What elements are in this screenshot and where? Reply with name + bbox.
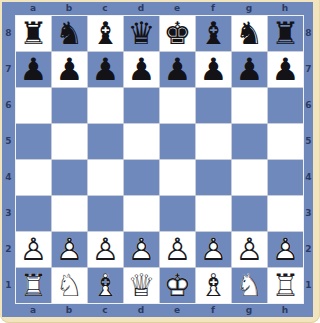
piece-black-bishop[interactable]: ♝ — [196, 16, 231, 51]
rank-labels-left: 87654321 — [2, 15, 15, 304]
file-label-f: f — [195, 2, 231, 15]
piece-white-rook-outline: ♖ — [16, 268, 51, 303]
board-frame: abcdefgh 87654321 ♜♞♝♛♚♝♞♜♟♟♟♟♟♟♟♟♟♙♟♙♟♙… — [0, 0, 320, 323]
rank-label-1: 1 — [304, 267, 313, 303]
piece-white-pawn-outline: ♙ — [268, 232, 303, 267]
square-e3[interactable] — [160, 196, 195, 231]
square-h7[interactable]: ♟ — [268, 52, 303, 87]
file-label-h: h — [267, 304, 303, 317]
square-b3[interactable] — [52, 196, 87, 231]
file-label-a: a — [15, 2, 51, 15]
piece-black-queen[interactable]: ♛ — [124, 16, 159, 51]
square-a1[interactable]: ♜♖ — [16, 268, 51, 303]
square-e8[interactable]: ♚ — [160, 16, 195, 51]
square-g4[interactable] — [232, 160, 267, 195]
rank-label-3: 3 — [2, 195, 15, 231]
piece-black-pawn[interactable]: ♟ — [16, 52, 51, 87]
chess-board: ♜♞♝♛♚♝♞♜♟♟♟♟♟♟♟♟♟♙♟♙♟♙♟♙♟♙♟♙♟♙♟♙♜♖♞♘♝♗♛♕… — [15, 15, 304, 304]
square-h8[interactable]: ♜ — [268, 16, 303, 51]
square-b2[interactable]: ♟♙ — [52, 232, 87, 267]
square-f3[interactable] — [196, 196, 231, 231]
square-g8[interactable]: ♞ — [232, 16, 267, 51]
square-d3[interactable] — [124, 196, 159, 231]
piece-black-pawn[interactable]: ♟ — [124, 52, 159, 87]
square-f7[interactable]: ♟ — [196, 52, 231, 87]
square-c1[interactable]: ♝♗ — [88, 268, 123, 303]
piece-white-bishop-outline: ♗ — [196, 268, 231, 303]
square-d2[interactable]: ♟♙ — [124, 232, 159, 267]
file-label-e: e — [159, 2, 195, 15]
square-b6[interactable] — [52, 88, 87, 123]
square-d8[interactable]: ♛ — [124, 16, 159, 51]
square-c8[interactable]: ♝ — [88, 16, 123, 51]
square-g1[interactable]: ♞♘ — [232, 268, 267, 303]
file-label-g: g — [231, 304, 267, 317]
square-h3[interactable] — [268, 196, 303, 231]
piece-white-pawn-outline: ♙ — [160, 232, 195, 267]
square-b7[interactable]: ♟ — [52, 52, 87, 87]
square-d1[interactable]: ♛♕ — [124, 268, 159, 303]
rank-label-1: 1 — [2, 267, 15, 303]
square-b5[interactable] — [52, 124, 87, 159]
rank-label-8: 8 — [304, 15, 313, 51]
piece-white-king-outline: ♔ — [160, 268, 195, 303]
square-d7[interactable]: ♟ — [124, 52, 159, 87]
square-e2[interactable]: ♟♙ — [160, 232, 195, 267]
rank-label-3: 3 — [304, 195, 313, 231]
square-a3[interactable] — [16, 196, 51, 231]
square-f6[interactable] — [196, 88, 231, 123]
square-h4[interactable] — [268, 160, 303, 195]
file-label-c: c — [87, 304, 123, 317]
rank-labels-right: 87654321 — [304, 15, 313, 304]
piece-white-rook-outline: ♖ — [268, 268, 303, 303]
piece-white-knight-outline: ♘ — [232, 268, 267, 303]
piece-white-pawn-outline: ♙ — [52, 232, 87, 267]
square-e6[interactable] — [160, 88, 195, 123]
piece-white-pawn-outline: ♙ — [196, 232, 231, 267]
square-f1[interactable]: ♝♗ — [196, 268, 231, 303]
square-a7[interactable]: ♟ — [16, 52, 51, 87]
piece-white-pawn-outline: ♙ — [232, 232, 267, 267]
square-a4[interactable] — [16, 160, 51, 195]
rank-label-2: 2 — [2, 231, 15, 267]
square-c3[interactable] — [88, 196, 123, 231]
piece-black-pawn[interactable]: ♟ — [268, 52, 303, 87]
rank-label-6: 6 — [2, 87, 15, 123]
square-g7[interactable]: ♟ — [232, 52, 267, 87]
square-h5[interactable] — [268, 124, 303, 159]
piece-black-bishop[interactable]: ♝ — [88, 16, 123, 51]
piece-white-pawn-outline: ♙ — [88, 232, 123, 267]
square-d5[interactable] — [124, 124, 159, 159]
square-f4[interactable] — [196, 160, 231, 195]
file-label-d: d — [123, 2, 159, 15]
piece-white-bishop-outline: ♗ — [88, 268, 123, 303]
square-d4[interactable] — [124, 160, 159, 195]
square-h2[interactable]: ♟♙ — [268, 232, 303, 267]
square-e4[interactable] — [160, 160, 195, 195]
piece-black-knight[interactable]: ♞ — [232, 16, 267, 51]
square-f5[interactable] — [196, 124, 231, 159]
square-e1[interactable]: ♚♔ — [160, 268, 195, 303]
square-a2[interactable]: ♟♙ — [16, 232, 51, 267]
file-labels-bottom: abcdefgh — [15, 304, 304, 317]
piece-black-rook[interactable]: ♜ — [268, 16, 303, 51]
square-h6[interactable] — [268, 88, 303, 123]
file-label-g: g — [231, 2, 267, 15]
piece-black-knight[interactable]: ♞ — [52, 16, 87, 51]
square-g6[interactable] — [232, 88, 267, 123]
square-d6[interactable] — [124, 88, 159, 123]
square-c4[interactable] — [88, 160, 123, 195]
piece-white-pawn-outline: ♙ — [124, 232, 159, 267]
piece-black-pawn[interactable]: ♟ — [52, 52, 87, 87]
square-e7[interactable]: ♟ — [160, 52, 195, 87]
file-label-a: a — [15, 304, 51, 317]
piece-black-rook[interactable]: ♜ — [16, 16, 51, 51]
square-b8[interactable]: ♞ — [52, 16, 87, 51]
square-f2[interactable]: ♟♙ — [196, 232, 231, 267]
square-f8[interactable]: ♝ — [196, 16, 231, 51]
square-c7[interactable]: ♟ — [88, 52, 123, 87]
file-label-b: b — [51, 2, 87, 15]
file-labels-top: abcdefgh — [15, 2, 304, 15]
square-g3[interactable] — [232, 196, 267, 231]
piece-black-pawn[interactable]: ♟ — [196, 52, 231, 87]
file-label-e: e — [159, 304, 195, 317]
square-h1[interactable]: ♜♖ — [268, 268, 303, 303]
rank-label-8: 8 — [2, 15, 15, 51]
file-label-d: d — [123, 304, 159, 317]
square-g5[interactable] — [232, 124, 267, 159]
piece-white-queen-outline: ♕ — [124, 268, 159, 303]
square-a5[interactable] — [16, 124, 51, 159]
square-c6[interactable] — [88, 88, 123, 123]
piece-black-pawn[interactable]: ♟ — [88, 52, 123, 87]
piece-black-pawn[interactable]: ♟ — [160, 52, 195, 87]
rank-label-5: 5 — [304, 123, 313, 159]
rank-label-6: 6 — [304, 87, 313, 123]
square-a6[interactable] — [16, 88, 51, 123]
square-c5[interactable] — [88, 124, 123, 159]
piece-black-king[interactable]: ♚ — [160, 16, 195, 51]
file-label-c: c — [87, 2, 123, 15]
rank-label-7: 7 — [2, 51, 15, 87]
piece-white-knight-outline: ♘ — [52, 268, 87, 303]
file-label-h: h — [267, 2, 303, 15]
square-c2[interactable]: ♟♙ — [88, 232, 123, 267]
rank-label-4: 4 — [2, 159, 15, 195]
piece-white-pawn-outline: ♙ — [16, 232, 51, 267]
square-b1[interactable]: ♞♘ — [52, 268, 87, 303]
square-g2[interactable]: ♟♙ — [232, 232, 267, 267]
file-label-f: f — [195, 304, 231, 317]
rank-label-2: 2 — [304, 231, 313, 267]
rank-label-5: 5 — [2, 123, 15, 159]
rank-label-7: 7 — [304, 51, 313, 87]
square-b4[interactable] — [52, 160, 87, 195]
chess-widget: abcdefgh 87654321 ♜♞♝♛♚♝♞♜♟♟♟♟♟♟♟♟♟♙♟♙♟♙… — [2, 2, 313, 317]
square-e5[interactable] — [160, 124, 195, 159]
rank-label-4: 4 — [304, 159, 313, 195]
file-label-b: b — [51, 304, 87, 317]
piece-black-pawn[interactable]: ♟ — [232, 52, 267, 87]
square-a8[interactable]: ♜ — [16, 16, 51, 51]
